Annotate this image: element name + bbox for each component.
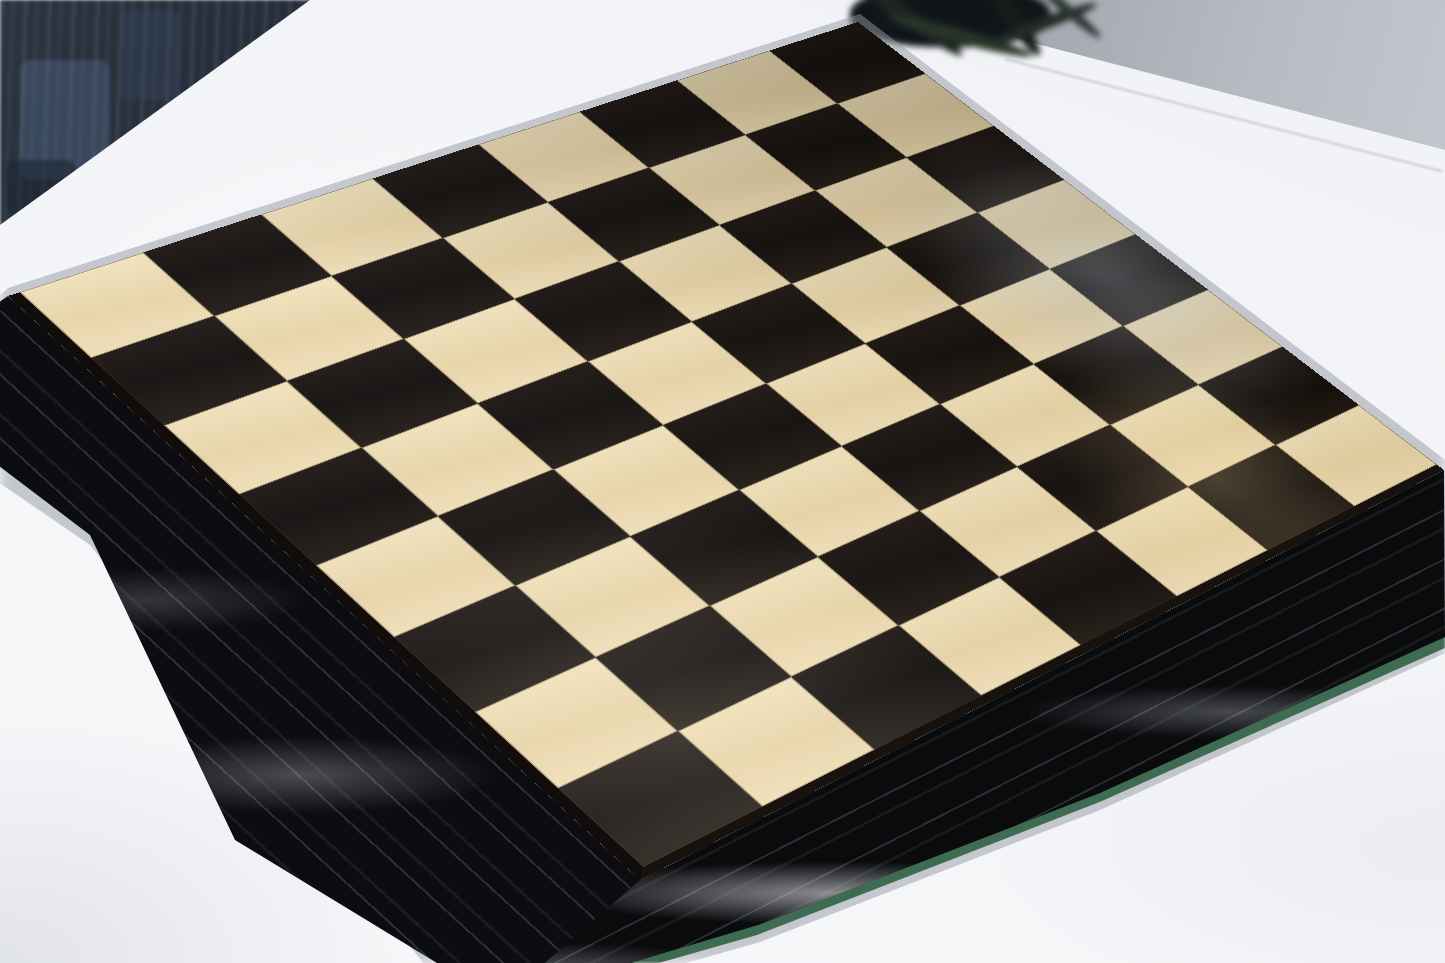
- mosaic-tile-patch: [120, 10, 180, 100]
- mosaic-tile-patch: [6, 160, 76, 215]
- scene: [0, 0, 1445, 963]
